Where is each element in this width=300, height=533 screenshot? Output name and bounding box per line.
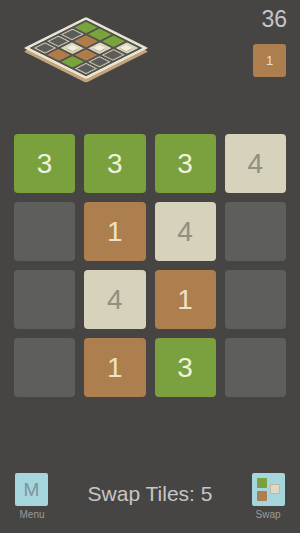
tile-r3c4[interactable] — [225, 270, 286, 329]
tile-r4c3[interactable]: 3 — [155, 338, 216, 397]
tile-r1c3[interactable]: 3 — [155, 134, 216, 193]
swap-icon-beige-square — [270, 484, 280, 494]
next-tile-preview: 1 — [253, 44, 286, 77]
tile-r1c2[interactable]: 3 — [84, 134, 145, 193]
tile-r3c1[interactable] — [14, 270, 75, 329]
score: 36 — [261, 6, 287, 33]
tile-r4c4[interactable] — [225, 338, 286, 397]
tile-r2c3[interactable]: 4 — [155, 202, 216, 261]
swap-button-caption: Swap — [238, 509, 298, 520]
tile-r2c2[interactable]: 1 — [84, 202, 145, 261]
tile-r2c4[interactable] — [225, 202, 286, 261]
minimap-grid — [29, 20, 142, 77]
minimap — [18, 3, 154, 95]
tile-r1c1[interactable]: 3 — [14, 134, 75, 193]
tile-r4c2[interactable]: 1 — [84, 338, 145, 397]
tile-r3c3[interactable]: 1 — [155, 270, 216, 329]
tile-r2c1[interactable] — [14, 202, 75, 261]
minimap-house-icon — [66, 45, 79, 51]
minimap-house-icon — [120, 45, 133, 51]
minimap-house-icon — [93, 45, 106, 51]
swap-icon-brown-square — [257, 491, 267, 501]
swap-button[interactable] — [252, 473, 285, 506]
tile-r3c2[interactable]: 4 — [84, 270, 145, 329]
board-grid: 3334144113 — [14, 134, 286, 397]
minimap-board — [24, 17, 148, 79]
swap-tiles-icon — [252, 473, 285, 506]
tile-r1c4[interactable]: 4 — [225, 134, 286, 193]
tile-r4c1[interactable] — [14, 338, 75, 397]
swap-icon-green-square — [257, 478, 267, 488]
menu-button-caption: Menu — [2, 509, 62, 520]
